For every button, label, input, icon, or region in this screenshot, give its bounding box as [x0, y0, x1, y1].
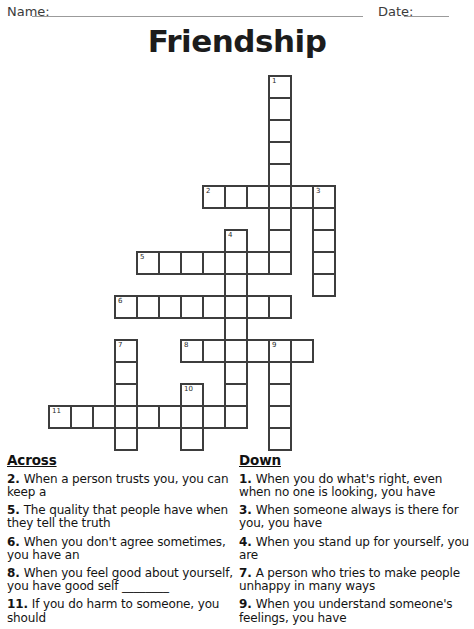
- across-heading: Across: [7, 453, 241, 468]
- clue-number: 5.: [7, 503, 24, 517]
- grid-cell-r10c7[interactable]: [202, 295, 226, 319]
- date-input-line[interactable]: [404, 2, 449, 17]
- clue-down-7: 7. A person who tries to make people unh…: [239, 567, 472, 593]
- grid-cell-r8c7[interactable]: [202, 251, 226, 275]
- grid-cell-r15c3[interactable]: [114, 405, 138, 429]
- grid-cell-r14c6[interactable]: 10: [180, 383, 204, 407]
- clue-text: When you stand up for yourself, you are: [239, 535, 469, 562]
- down-clue-list: 1. When you do what's right, even when n…: [239, 473, 472, 629]
- cell-number-6: 6: [118, 298, 122, 305]
- grid-cell-r5c8[interactable]: [224, 185, 248, 209]
- grid-cell-r15c7[interactable]: [202, 405, 226, 429]
- clue-across-8: 8. When you feel good about yourself, yo…: [7, 567, 241, 593]
- clue-text: If you do harm to someone, you should: [7, 597, 219, 624]
- grid-cell-r8c9[interactable]: [246, 251, 270, 275]
- grid-cell-r5c10[interactable]: [268, 185, 292, 209]
- name-input-line[interactable]: [32, 2, 363, 17]
- clue-number: 7.: [239, 566, 256, 580]
- grid-cell-r13c8[interactable]: [224, 361, 248, 385]
- cell-number-4: 4: [228, 232, 232, 239]
- grid-cell-r12c9[interactable]: [246, 339, 270, 363]
- grid-cell-r5c12[interactable]: 3: [312, 185, 336, 209]
- down-heading: Down: [239, 453, 472, 468]
- grid-cell-r16c3[interactable]: [114, 427, 138, 451]
- grid-cell-r12c8[interactable]: [224, 339, 248, 363]
- grid-cell-r13c10[interactable]: [268, 361, 292, 385]
- grid-cell-r15c5[interactable]: [158, 405, 182, 429]
- grid-cell-r9c8[interactable]: [224, 273, 248, 297]
- grid-cell-r15c4[interactable]: [136, 405, 160, 429]
- grid-cell-r10c6[interactable]: [180, 295, 204, 319]
- grid-cell-r13c3[interactable]: [114, 361, 138, 385]
- grid-cell-r8c12[interactable]: [312, 251, 336, 275]
- grid-cell-r1c10[interactable]: [268, 97, 292, 121]
- grid-cell-r14c8[interactable]: [224, 383, 248, 407]
- grid-cell-r5c7[interactable]: 2: [202, 185, 226, 209]
- clue-text: When a person trusts you, you can keep a: [7, 472, 228, 499]
- cell-number-5: 5: [140, 254, 144, 261]
- grid-cell-r15c8[interactable]: [224, 405, 248, 429]
- clue-down-9: 9. When you understand someone's feeling…: [239, 598, 472, 624]
- across-clue-list: 2. When a person trusts you, you can kee…: [7, 473, 241, 625]
- grid-cell-r5c9[interactable]: [246, 185, 270, 209]
- clue-number: 1.: [239, 472, 256, 486]
- clue-across-6: 6. When you don't agree sometimes, you h…: [7, 536, 241, 562]
- grid-cell-r4c10[interactable]: [268, 163, 292, 187]
- clue-number: 9.: [239, 597, 256, 611]
- cell-number-9: 9: [272, 342, 276, 349]
- grid-cell-r14c3[interactable]: [114, 383, 138, 407]
- clue-number: 6.: [7, 535, 24, 549]
- grid-cell-r7c12[interactable]: [312, 229, 336, 253]
- cell-number-3: 3: [316, 188, 320, 195]
- grid-cell-r12c3[interactable]: 7: [114, 339, 138, 363]
- clue-text: When you feel good about yourself, you h…: [7, 566, 233, 593]
- grid-cell-r10c10[interactable]: [268, 295, 292, 319]
- grid-cell-r15c6[interactable]: [180, 405, 204, 429]
- clue-number: 11.: [7, 597, 32, 611]
- grid-cell-r12c10[interactable]: 9: [268, 339, 292, 363]
- cell-number-8: 8: [184, 342, 188, 349]
- clue-number: 3.: [239, 503, 256, 517]
- grid-cell-r10c9[interactable]: [246, 295, 270, 319]
- grid-cell-r3c10[interactable]: [268, 141, 292, 165]
- grid-cell-r9c12[interactable]: [312, 273, 336, 297]
- clue-text: When you don't agree sometimes, you have…: [7, 535, 226, 562]
- grid-cell-r10c3[interactable]: 6: [114, 295, 138, 319]
- clue-text: When you understand someone's feelings, …: [239, 597, 452, 624]
- cell-number-11: 11: [52, 408, 61, 415]
- grid-cell-r10c4[interactable]: [136, 295, 160, 319]
- clue-across-11: 11. If you do harm to someone, you shoul…: [7, 598, 241, 624]
- cell-number-2: 2: [206, 188, 210, 195]
- grid-cell-r6c10[interactable]: [268, 207, 292, 231]
- grid-cell-r8c4[interactable]: 5: [136, 251, 160, 275]
- grid-cell-r11c8[interactable]: [224, 317, 248, 341]
- clue-down-4: 4. When you stand up for yourself, you a…: [239, 536, 472, 562]
- grid-cell-r10c5[interactable]: [158, 295, 182, 319]
- cell-number-1: 1: [272, 78, 276, 85]
- clue-down-1: 1. When you do what's right, even when n…: [239, 473, 472, 499]
- grid-cell-r7c10[interactable]: [268, 229, 292, 253]
- crossword-grid: 1234567891011: [49, 76, 335, 450]
- down-clues-section: Down 1. When you do what's right, even w…: [239, 453, 472, 629]
- grid-cell-r5c11[interactable]: [290, 185, 314, 209]
- grid-cell-r8c8[interactable]: [224, 251, 248, 275]
- grid-cell-r6c12[interactable]: [312, 207, 336, 231]
- grid-cell-r2c10[interactable]: [268, 119, 292, 143]
- across-clues-section: Across 2. When a person trusts you, you …: [7, 453, 241, 629]
- clue-number: 4.: [239, 535, 256, 549]
- grid-cell-r12c11[interactable]: [290, 339, 314, 363]
- grid-cell-r15c1[interactable]: [70, 405, 94, 429]
- grid-cell-r16c6[interactable]: [180, 427, 204, 451]
- grid-cell-r12c6[interactable]: 8: [180, 339, 204, 363]
- grid-cell-r8c6[interactable]: [180, 251, 204, 275]
- grid-cell-r10c8[interactable]: [224, 295, 248, 319]
- grid-cell-r0c10[interactable]: 1: [268, 75, 292, 99]
- clue-across-5: 5. The quality that people have when the…: [7, 504, 241, 530]
- clue-number: 8.: [7, 566, 24, 580]
- grid-cell-r15c2[interactable]: [92, 405, 116, 429]
- puzzle-title: Friendship: [0, 23, 474, 59]
- clue-across-2: 2. When a person trusts you, you can kee…: [7, 473, 241, 499]
- grid-cell-r15c0[interactable]: 11: [48, 405, 72, 429]
- cell-number-10: 10: [184, 386, 193, 393]
- clue-text: The quality that people have when they t…: [7, 503, 228, 530]
- grid-cell-r12c7[interactable]: [202, 339, 226, 363]
- clue-number: 2.: [7, 472, 24, 486]
- clue-down-3: 3. When someone always is there for you,…: [239, 504, 472, 530]
- clue-text: A person who tries to make people unhapp…: [239, 566, 460, 593]
- grid-cell-r8c10[interactable]: [268, 251, 292, 275]
- clue-text: When you do what's right, even when no o…: [239, 472, 442, 499]
- grid-cell-r8c5[interactable]: [158, 251, 182, 275]
- worksheet-page: Name: Date: Friendship 1234567891011 Acr…: [0, 0, 474, 629]
- grid-cell-r7c8[interactable]: 4: [224, 229, 248, 253]
- grid-cell-r15c10[interactable]: [268, 405, 292, 429]
- cell-number-7: 7: [118, 342, 122, 349]
- grid-cell-r16c10[interactable]: [268, 427, 292, 451]
- grid-cell-r14c10[interactable]: [268, 383, 292, 407]
- clue-text: When someone always is there for you, yo…: [239, 503, 458, 530]
